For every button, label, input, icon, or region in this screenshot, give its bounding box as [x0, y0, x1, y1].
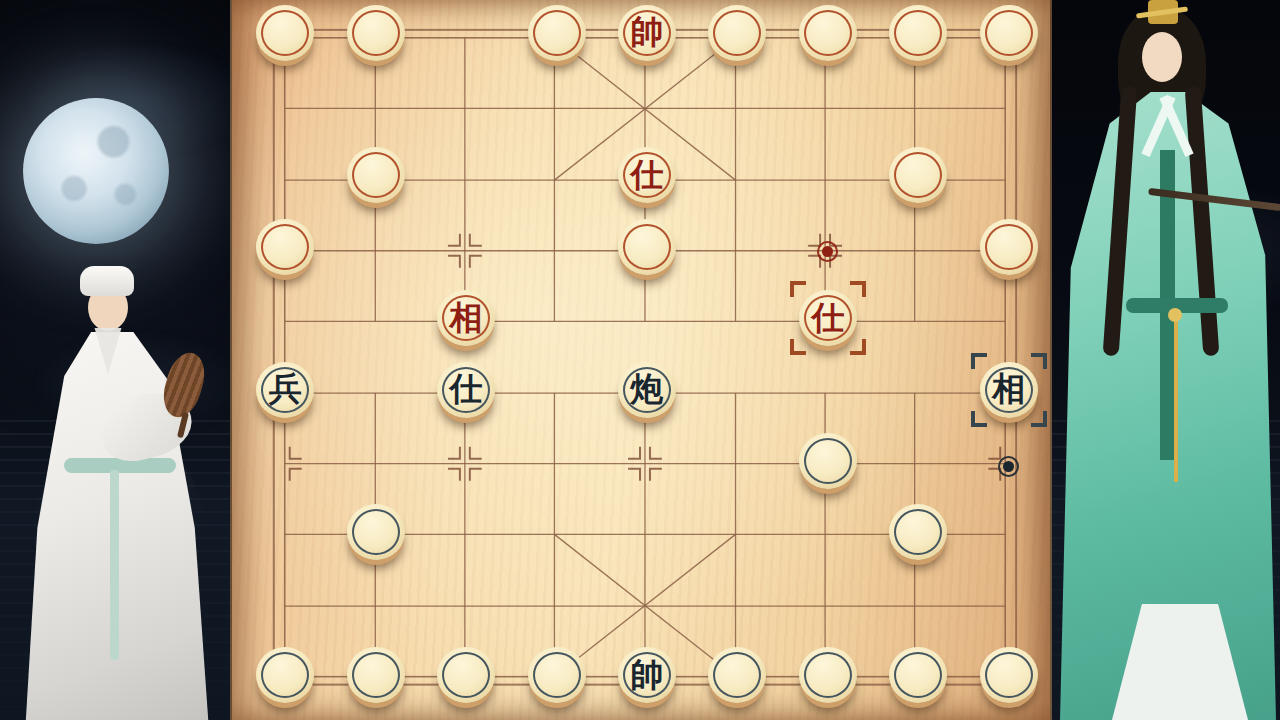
piece-face-glyph: 帥 — [630, 658, 663, 693]
pieces-layer: 帥仕相仕兵仕炮相帥 — [240, 2, 1054, 716]
left-character-illustration — [8, 248, 233, 720]
piece-red-hidden-c8r1[interactable] — [889, 5, 947, 61]
piece-black-炮-c5r6[interactable]: 炮 — [618, 362, 676, 418]
piece-red-hidden-c6r1[interactable] — [708, 5, 766, 61]
piece-face-glyph: 相 — [992, 372, 1025, 407]
piece-red-hidden-c9r1[interactable] — [980, 5, 1038, 61]
sage-headwrap — [80, 266, 134, 296]
piece-black-hidden-c4r10[interactable] — [528, 647, 586, 703]
piece-face-glyph: 仕 — [630, 158, 663, 193]
gold-tassel-cord — [1174, 312, 1178, 482]
xiangqi-board[interactable]: 帥仕相仕兵仕炮相帥 — [230, 0, 1052, 720]
piece-black-hidden-c8r10[interactable] — [889, 647, 947, 703]
piece-red-hidden-c7r1[interactable] — [799, 5, 857, 61]
piece-black-兵-c1r6[interactable]: 兵 — [256, 362, 314, 418]
piece-face-glyph: 相 — [450, 301, 483, 336]
sage-sash — [64, 458, 176, 473]
piece-red-hidden-c2r3[interactable] — [347, 147, 405, 203]
piece-black-仕-c3r6[interactable]: 仕 — [437, 362, 495, 418]
piece-face-glyph: 仕 — [811, 301, 844, 336]
piece-black-帥-c5r10[interactable]: 帥 — [618, 647, 676, 703]
piece-black-hidden-c6r10[interactable] — [708, 647, 766, 703]
piece-red-hidden-c9r4[interactable] — [980, 219, 1038, 275]
piece-black-hidden-c8r8[interactable] — [889, 504, 947, 560]
black-last-move-origin-dot — [1003, 461, 1014, 472]
piece-red-仕-c5r3[interactable]: 仕 — [618, 147, 676, 203]
noble-face — [1142, 32, 1182, 82]
right-character-illustration — [1056, 0, 1280, 720]
piece-face-glyph: 炮 — [630, 372, 663, 407]
piece-black-hidden-c1r10[interactable] — [256, 647, 314, 703]
piece-face-glyph: 仕 — [450, 372, 483, 407]
piece-black-hidden-c9r10[interactable] — [980, 647, 1038, 703]
piece-red-hidden-c8r3[interactable] — [889, 147, 947, 203]
piece-red-相-c3r5[interactable]: 相 — [437, 290, 495, 346]
piece-black-hidden-c3r10[interactable] — [437, 647, 495, 703]
piece-black-hidden-c7r7[interactable] — [799, 433, 857, 489]
piece-red-hidden-c4r1[interactable] — [528, 5, 586, 61]
red-last-move-origin-dot — [822, 246, 833, 257]
piece-red-hidden-c5r4[interactable] — [618, 219, 676, 275]
piece-black-hidden-c2r8[interactable] — [347, 504, 405, 560]
piece-red-仕-c7r5[interactable]: 仕 — [799, 290, 857, 346]
moon — [23, 98, 169, 244]
piece-red-帥-c5r1[interactable]: 帥 — [618, 5, 676, 61]
piece-face-glyph: 兵 — [269, 372, 302, 407]
tassel-knot — [1168, 308, 1182, 322]
piece-black-hidden-c7r10[interactable] — [799, 647, 857, 703]
piece-red-hidden-c2r1[interactable] — [347, 5, 405, 61]
sage-ribbon — [110, 470, 119, 660]
piece-black-hidden-c2r10[interactable] — [347, 647, 405, 703]
piece-face-glyph: 帥 — [630, 15, 663, 50]
piece-red-hidden-c1r4[interactable] — [256, 219, 314, 275]
piece-red-hidden-c1r1[interactable] — [256, 5, 314, 61]
piece-black-相-c9r6[interactable]: 相 — [980, 362, 1038, 418]
game-scene: 帥仕相仕兵仕炮相帥 — [0, 0, 1280, 720]
